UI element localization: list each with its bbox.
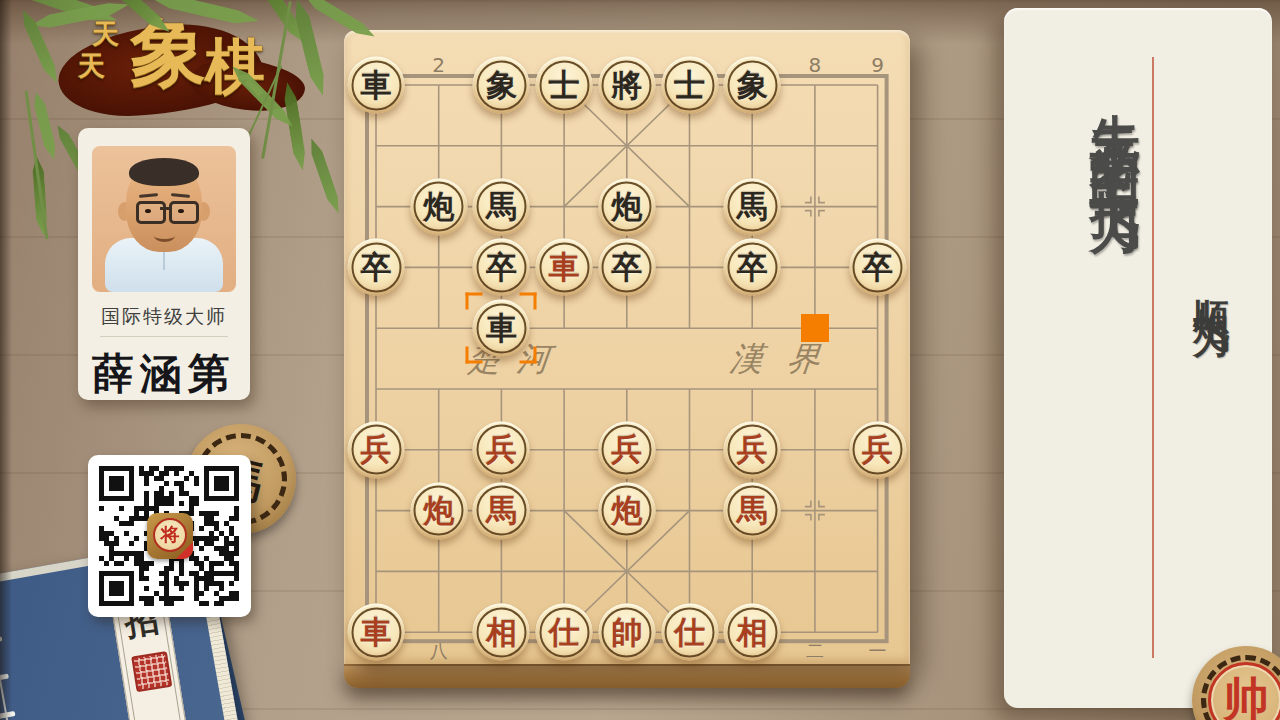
lesson-subtitle: 顺炮飞刀 xyxy=(1187,270,1236,490)
qr-center-app-icon: 将 xyxy=(147,513,193,559)
piece-char: 炮 xyxy=(598,482,655,539)
piece-char: 士 xyxy=(661,57,718,114)
piece-black-馬[interactable]: 馬 xyxy=(724,178,781,235)
piece-black-炮[interactable]: 炮 xyxy=(410,178,467,235)
piece-char: 象 xyxy=(724,57,781,114)
player-photo xyxy=(92,146,236,292)
piece-red-仕[interactable]: 仕 xyxy=(661,604,718,661)
piece-red-馬[interactable]: 馬 xyxy=(473,482,530,539)
piece-black-車[interactable]: 車 xyxy=(473,300,530,357)
edge-shadow xyxy=(0,0,12,720)
piece-red-兵[interactable]: 兵 xyxy=(348,421,405,478)
lesson-title-panel: 先手必学的三十把飞刀 顺炮飞刀 xyxy=(1004,8,1272,708)
last-move-origin-marker xyxy=(801,314,829,342)
app-root: 天 天 象 棋 国际特级大师 薛涵第 馬 xyxy=(0,0,1280,720)
piece-red-炮[interactable]: 炮 xyxy=(410,482,467,539)
glasses-lens xyxy=(169,201,199,224)
panel-divider-line xyxy=(1152,57,1154,658)
piece-black-象[interactable]: 象 xyxy=(473,57,530,114)
qr-icon-char: 将 xyxy=(153,518,187,552)
piece-char: 相 xyxy=(473,604,530,661)
piece-red-仕[interactable]: 仕 xyxy=(536,604,593,661)
piece-red-兵[interactable]: 兵 xyxy=(724,421,781,478)
piece-char: 士 xyxy=(536,57,593,114)
piece-char: 兵 xyxy=(849,421,906,478)
board-coordinate-top: 8 xyxy=(809,53,822,77)
piece-char: 車 xyxy=(348,57,405,114)
qr-code-card: 将 xyxy=(88,455,251,617)
piece-black-車[interactable]: 車 xyxy=(348,57,405,114)
piece-black-士[interactable]: 士 xyxy=(536,57,593,114)
last-move-highlight-brackets xyxy=(466,293,537,364)
xiangqi-board[interactable]: 289八二一楚河漢界車象士將士象炮馬炮馬卒卒車卒卒卒車兵兵兵兵兵炮馬炮馬車相仕帥… xyxy=(344,30,910,664)
piece-char: 兵 xyxy=(473,421,530,478)
piece-black-卒[interactable]: 卒 xyxy=(348,239,405,296)
river-text-han-jie: 漢界 xyxy=(727,336,846,381)
piece-char: 象 xyxy=(473,57,530,114)
piece-char: 馬 xyxy=(724,482,781,539)
piece-char: 將 xyxy=(598,57,655,114)
bamboo-leaf xyxy=(306,136,345,215)
piece-char: 馬 xyxy=(473,482,530,539)
piece-char: 車 xyxy=(536,239,593,296)
piece-black-卒[interactable]: 卒 xyxy=(473,239,530,296)
piece-char: 卒 xyxy=(849,239,906,296)
piece-char: 馬 xyxy=(473,178,530,235)
piece-black-將[interactable]: 將 xyxy=(598,57,655,114)
card-divider xyxy=(100,336,228,337)
piece-char: 兵 xyxy=(348,421,405,478)
board-coordinate-bottom: 一 xyxy=(869,639,887,663)
piece-red-炮[interactable]: 炮 xyxy=(598,482,655,539)
seal-inner-ring: 帅 xyxy=(1208,662,1280,720)
piece-char: 卒 xyxy=(473,239,530,296)
piece-red-車[interactable]: 車 xyxy=(348,604,405,661)
piece-red-馬[interactable]: 馬 xyxy=(724,482,781,539)
piece-char: 卒 xyxy=(348,239,405,296)
piece-black-卒[interactable]: 卒 xyxy=(598,239,655,296)
piece-char: 炮 xyxy=(410,178,467,235)
board-coordinate-top: 2 xyxy=(432,53,445,77)
logo-text-small: 天 xyxy=(92,20,119,47)
piece-char: 兵 xyxy=(598,421,655,478)
seal-char: 帅 xyxy=(1223,669,1269,720)
piece-char: 馬 xyxy=(724,178,781,235)
piece-char: 兵 xyxy=(724,421,781,478)
board-coordinate-top: 9 xyxy=(871,53,884,77)
piece-char: 仕 xyxy=(661,604,718,661)
piece-black-士[interactable]: 士 xyxy=(661,57,718,114)
player-name: 薛涵第 xyxy=(78,346,250,402)
piece-red-相[interactable]: 相 xyxy=(724,604,781,661)
avatar-smile xyxy=(154,230,175,242)
logo-text-main: 象 xyxy=(130,14,206,90)
piece-char: 帥 xyxy=(598,604,655,661)
piece-black-馬[interactable]: 馬 xyxy=(473,178,530,235)
piece-black-卒[interactable]: 卒 xyxy=(724,239,781,296)
piece-red-兵[interactable]: 兵 xyxy=(849,421,906,478)
board-coordinate-bottom: 八 xyxy=(430,639,448,663)
lesson-title: 先手必学的三十把飞刀 xyxy=(1082,74,1149,694)
piece-char: 炮 xyxy=(410,482,467,539)
logo-text-small: 天 xyxy=(78,52,105,79)
piece-red-兵[interactable]: 兵 xyxy=(473,421,530,478)
piece-black-炮[interactable]: 炮 xyxy=(598,178,655,235)
piece-char: 卒 xyxy=(598,239,655,296)
player-title: 国际特级大师 xyxy=(78,304,250,330)
player-card: 国际特级大师 薛涵第 xyxy=(78,128,250,400)
piece-char: 車 xyxy=(348,604,405,661)
glasses-bridge xyxy=(160,207,170,210)
board-side-face xyxy=(344,664,910,688)
piece-red-兵[interactable]: 兵 xyxy=(598,421,655,478)
piece-char: 仕 xyxy=(536,604,593,661)
piece-red-帥[interactable]: 帥 xyxy=(598,604,655,661)
avatar-eye xyxy=(145,209,151,213)
piece-red-相[interactable]: 相 xyxy=(473,604,530,661)
piece-black-卒[interactable]: 卒 xyxy=(849,239,906,296)
piece-char: 卒 xyxy=(724,239,781,296)
piece-red-車[interactable]: 車 xyxy=(536,239,593,296)
board-coordinate-bottom: 二 xyxy=(806,639,824,663)
glasses-lens xyxy=(136,201,166,224)
piece-char: 炮 xyxy=(598,178,655,235)
book-seal-stamp xyxy=(131,651,172,692)
avatar-eye xyxy=(178,209,184,213)
piece-char: 相 xyxy=(724,604,781,661)
piece-black-象[interactable]: 象 xyxy=(724,57,781,114)
